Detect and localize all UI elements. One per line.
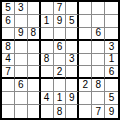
sudoku-cell-r5c6[interactable]: 3 xyxy=(66,54,79,67)
sudoku-cell-r2c6[interactable]: 5 xyxy=(66,15,79,28)
sudoku-cell-r5c9[interactable]: 1 xyxy=(105,54,118,67)
sudoku-cell-r9c8[interactable]: 7 xyxy=(92,105,105,118)
sudoku-cell-r6c5[interactable]: 2 xyxy=(54,66,67,79)
sudoku-cell-r2c9[interactable] xyxy=(105,15,118,28)
sudoku-cell-r8c2[interactable] xyxy=(15,92,28,105)
sudoku-cell-r1c2[interactable]: 3 xyxy=(15,2,28,15)
sudoku-cell-r3c9[interactable] xyxy=(105,28,118,41)
sudoku-cell-r6c1[interactable]: 7 xyxy=(2,66,15,79)
sudoku-cell-r5c5[interactable] xyxy=(54,54,67,67)
sudoku-cell-r9c7[interactable] xyxy=(79,105,92,118)
sudoku-cell-r6c7[interactable] xyxy=(79,66,92,79)
sudoku-cell-r6c2[interactable] xyxy=(15,66,28,79)
sudoku-cell-r8c9[interactable]: 5 xyxy=(105,92,118,105)
sudoku-cell-r7c7[interactable]: 2 xyxy=(79,79,92,92)
sudoku-cell-r5c2[interactable] xyxy=(15,54,28,67)
sudoku-cell-r5c7[interactable] xyxy=(79,54,92,67)
sudoku-cell-r5c1[interactable]: 4 xyxy=(2,54,15,67)
sudoku-cell-r1c9[interactable] xyxy=(105,2,118,15)
sudoku-cell-r3c8[interactable]: 6 xyxy=(92,28,105,41)
sudoku-cell-r7c4[interactable] xyxy=(41,79,54,92)
sudoku-cell-r7c6[interactable] xyxy=(66,79,79,92)
sudoku-cell-r7c1[interactable] xyxy=(2,79,15,92)
sudoku-cell-r4c3[interactable] xyxy=(28,41,41,54)
sudoku-cell-r6c8[interactable] xyxy=(92,66,105,79)
sudoku-cell-r2c3[interactable] xyxy=(28,15,41,28)
sudoku-cell-r4c6[interactable] xyxy=(66,41,79,54)
sudoku-cell-r3c6[interactable] xyxy=(66,28,79,41)
sudoku-cell-r6c4[interactable] xyxy=(41,66,54,79)
sudoku-cell-r3c3[interactable]: 8 xyxy=(28,28,41,41)
sudoku-cell-r7c8[interactable]: 8 xyxy=(92,79,105,92)
sudoku-board: 537619598686348317266284195879 xyxy=(0,0,120,120)
sudoku-cell-r8c1[interactable] xyxy=(2,92,15,105)
sudoku-cell-r3c7[interactable] xyxy=(79,28,92,41)
sudoku-cell-r2c2[interactable] xyxy=(15,15,28,28)
sudoku-cell-r9c3[interactable] xyxy=(28,105,41,118)
sudoku-cell-r5c8[interactable] xyxy=(92,54,105,67)
sudoku-cell-r8c3[interactable] xyxy=(28,92,41,105)
sudoku-cell-r8c5[interactable]: 1 xyxy=(54,92,67,105)
sudoku-cell-r6c6[interactable] xyxy=(66,66,79,79)
sudoku-cell-r7c5[interactable] xyxy=(54,79,67,92)
sudoku-cell-r2c8[interactable] xyxy=(92,15,105,28)
sudoku-cell-r8c7[interactable] xyxy=(79,92,92,105)
sudoku-cell-r6c3[interactable] xyxy=(28,66,41,79)
sudoku-cell-r4c1[interactable]: 8 xyxy=(2,41,15,54)
sudoku-cell-r9c2[interactable] xyxy=(15,105,28,118)
sudoku-cell-r4c5[interactable]: 6 xyxy=(54,41,67,54)
sudoku-cell-r1c3[interactable] xyxy=(28,2,41,15)
sudoku-cell-r9c1[interactable] xyxy=(2,105,15,118)
sudoku-cell-r6c9[interactable]: 6 xyxy=(105,66,118,79)
sudoku-cell-r2c7[interactable] xyxy=(79,15,92,28)
sudoku-cell-r1c7[interactable] xyxy=(79,2,92,15)
sudoku-cell-r4c9[interactable]: 3 xyxy=(105,41,118,54)
sudoku-cell-r4c2[interactable] xyxy=(15,41,28,54)
sudoku-cell-r4c8[interactable] xyxy=(92,41,105,54)
sudoku-cell-r1c1[interactable]: 5 xyxy=(2,2,15,15)
sudoku-cell-r2c5[interactable]: 9 xyxy=(54,15,67,28)
sudoku-cell-r4c7[interactable] xyxy=(79,41,92,54)
sudoku-cell-r1c5[interactable]: 7 xyxy=(54,2,67,15)
sudoku-cell-r3c4[interactable] xyxy=(41,28,54,41)
sudoku-cell-r8c4[interactable]: 4 xyxy=(41,92,54,105)
sudoku-cell-r9c5[interactable]: 8 xyxy=(54,105,67,118)
sudoku-cell-r3c5[interactable] xyxy=(54,28,67,41)
sudoku-cell-r7c2[interactable]: 6 xyxy=(15,79,28,92)
sudoku-cell-r2c1[interactable]: 6 xyxy=(2,15,15,28)
sudoku-cell-r8c8[interactable] xyxy=(92,92,105,105)
sudoku-cell-r9c9[interactable]: 9 xyxy=(105,105,118,118)
sudoku-cell-r3c2[interactable]: 9 xyxy=(15,28,28,41)
sudoku-cell-r1c6[interactable] xyxy=(66,2,79,15)
sudoku-cell-r9c4[interactable] xyxy=(41,105,54,118)
sudoku-cell-r4c4[interactable] xyxy=(41,41,54,54)
sudoku-cell-r8c6[interactable]: 9 xyxy=(66,92,79,105)
sudoku-cell-r1c4[interactable] xyxy=(41,2,54,15)
sudoku-cell-r1c8[interactable] xyxy=(92,2,105,15)
sudoku-cell-r9c6[interactable] xyxy=(66,105,79,118)
sudoku-cell-r5c3[interactable] xyxy=(28,54,41,67)
sudoku-cell-r7c9[interactable] xyxy=(105,79,118,92)
sudoku-cell-r3c1[interactable] xyxy=(2,28,15,41)
sudoku-cell-r2c4[interactable]: 1 xyxy=(41,15,54,28)
sudoku-cell-r5c4[interactable]: 8 xyxy=(41,54,54,67)
sudoku-cell-r7c3[interactable] xyxy=(28,79,41,92)
